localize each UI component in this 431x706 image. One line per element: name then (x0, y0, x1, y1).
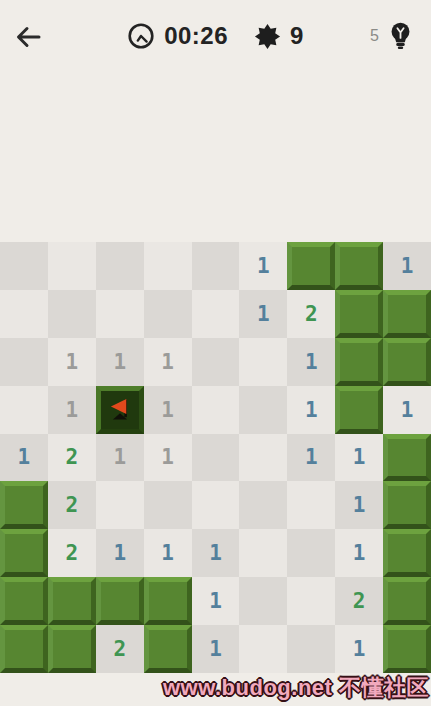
cell-0-2[interactable] (96, 242, 144, 290)
cell-4-1[interactable]: 2 (48, 434, 96, 482)
cell-1-3[interactable] (144, 290, 192, 338)
cell-number: 1 (335, 481, 383, 529)
cell-1-6[interactable]: 2 (287, 290, 335, 338)
cell-4-0[interactable]: 1 (0, 434, 48, 482)
cell-number: 1 (287, 386, 335, 434)
lightbulb-icon hint-button[interactable] (388, 21, 413, 51)
cell-8-0[interactable] (0, 625, 48, 673)
cell-5-4[interactable] (192, 481, 240, 529)
cell-6-0[interactable] (0, 529, 48, 577)
cell-number: 1 (192, 529, 240, 577)
cell-number: 1 (144, 386, 192, 434)
cell-number: 1 (192, 625, 240, 673)
cell-number: 1 (335, 434, 383, 482)
cell-5-7[interactable]: 1 (335, 481, 383, 529)
cell-7-4[interactable]: 1 (192, 577, 240, 625)
cell-number: 1 (48, 386, 96, 434)
cell-number: 1 (96, 529, 144, 577)
cell-number: 2 (335, 577, 383, 625)
cell-8-8[interactable] (383, 625, 431, 673)
cell-2-3[interactable]: 1 (144, 338, 192, 386)
mine-count: 9 (290, 22, 304, 50)
cell-5-2[interactable] (96, 481, 144, 529)
hint-count: 5 (370, 27, 379, 45)
cell-6-6[interactable] (287, 529, 335, 577)
hint-area: 5 (370, 0, 413, 72)
cell-number: 2 (287, 290, 335, 338)
cell-number: 1 (0, 434, 48, 482)
cell-number: 1 (287, 338, 335, 386)
cell-7-0[interactable] (0, 577, 48, 625)
cell-number: 1 (192, 577, 240, 625)
timer-value: 00:26 (164, 22, 228, 50)
cell-1-4[interactable] (192, 290, 240, 338)
cell-8-5[interactable] (239, 625, 287, 673)
cell-number: 1 (144, 529, 192, 577)
cell-8-6[interactable] (287, 625, 335, 673)
cell-3-2[interactable] (96, 386, 144, 434)
cell-4-7[interactable]: 1 (335, 434, 383, 482)
cell-0-7[interactable] (335, 242, 383, 290)
cell-3-0[interactable] (0, 386, 48, 434)
cell-3-1[interactable]: 1 (48, 386, 96, 434)
cell-5-8[interactable] (383, 481, 431, 529)
cell-number: 1 (335, 529, 383, 577)
cell-3-3[interactable]: 1 (144, 386, 192, 434)
cell-6-1[interactable]: 2 (48, 529, 96, 577)
cell-3-7[interactable] (335, 386, 383, 434)
cell-3-6[interactable]: 1 (287, 386, 335, 434)
cell-8-4[interactable]: 1 (192, 625, 240, 673)
cell-6-7[interactable]: 1 (335, 529, 383, 577)
cell-0-0[interactable] (0, 242, 48, 290)
cell-number: 2 (96, 625, 144, 673)
cell-6-3[interactable]: 1 (144, 529, 192, 577)
hud-center: 00:26 9 (0, 0, 431, 72)
cell-5-6[interactable] (287, 481, 335, 529)
cell-7-7[interactable]: 2 (335, 577, 383, 625)
cell-1-0[interactable] (0, 290, 48, 338)
cell-number: 2 (48, 529, 96, 577)
cell-7-1[interactable] (48, 577, 96, 625)
cell-0-8[interactable]: 1 (383, 242, 431, 290)
cell-6-8[interactable] (383, 529, 431, 577)
clock-icon (127, 22, 155, 50)
cell-4-5[interactable] (239, 434, 287, 482)
flag-icon (105, 395, 135, 425)
cell-0-6[interactable] (287, 242, 335, 290)
minesweeper-screen: 00:26 9 5 111211111111121111212111112211… (0, 0, 431, 706)
cell-8-3[interactable] (144, 625, 192, 673)
cell-1-1[interactable] (48, 290, 96, 338)
cell-2-5[interactable] (239, 338, 287, 386)
cell-7-3[interactable] (144, 577, 192, 625)
cell-3-8[interactable]: 1 (383, 386, 431, 434)
cell-6-5[interactable] (239, 529, 287, 577)
cell-0-1[interactable] (48, 242, 96, 290)
cell-4-4[interactable] (192, 434, 240, 482)
cell-number: 1 (144, 434, 192, 482)
cell-3-4[interactable] (192, 386, 240, 434)
cell-number: 1 (335, 625, 383, 673)
cell-8-7[interactable]: 1 (335, 625, 383, 673)
cell-1-2[interactable] (96, 290, 144, 338)
cell-number: 1 (383, 386, 431, 434)
cell-number: 1 (144, 338, 192, 386)
cell-number: 2 (48, 434, 96, 482)
watermark: www.budog.net 不懂社区 (163, 673, 429, 703)
cell-4-3[interactable]: 1 (144, 434, 192, 482)
cell-0-3[interactable] (144, 242, 192, 290)
cell-2-7[interactable] (335, 338, 383, 386)
cell-6-2[interactable]: 1 (96, 529, 144, 577)
cell-0-5[interactable]: 1 (239, 242, 287, 290)
cell-number: 1 (287, 434, 335, 482)
cell-5-1[interactable]: 2 (48, 481, 96, 529)
cell-2-1[interactable]: 1 (48, 338, 96, 386)
cell-number: 1 (239, 290, 287, 338)
cell-number: 1 (383, 242, 431, 290)
cell-number: 1 (48, 338, 96, 386)
cell-number: 2 (48, 481, 96, 529)
cell-number: 1 (96, 434, 144, 482)
cell-7-2[interactable] (96, 577, 144, 625)
cell-5-5[interactable] (239, 481, 287, 529)
cell-7-6[interactable] (287, 577, 335, 625)
cell-5-3[interactable] (144, 481, 192, 529)
cell-8-1[interactable] (48, 625, 96, 673)
cell-1-8[interactable] (383, 290, 431, 338)
cell-2-0[interactable] (0, 338, 48, 386)
cell-4-8[interactable] (383, 434, 431, 482)
cell-2-8[interactable] (383, 338, 431, 386)
cell-1-7[interactable] (335, 290, 383, 338)
cell-7-8[interactable] (383, 577, 431, 625)
top-app-bar: 00:26 9 5 (0, 0, 431, 72)
cell-2-2[interactable]: 1 (96, 338, 144, 386)
cell-0-4[interactable] (192, 242, 240, 290)
cell-3-5[interactable] (239, 386, 287, 434)
cell-4-2[interactable]: 1 (96, 434, 144, 482)
cell-4-6[interactable]: 1 (287, 434, 335, 482)
cell-2-4[interactable] (192, 338, 240, 386)
cell-2-6[interactable]: 1 (287, 338, 335, 386)
cell-7-5[interactable] (239, 577, 287, 625)
cell-8-2[interactable]: 2 (96, 625, 144, 673)
cell-number: 1 (239, 242, 287, 290)
cell-5-0[interactable] (0, 481, 48, 529)
mine-icon (254, 23, 281, 50)
cell-number: 1 (96, 338, 144, 386)
cell-6-4[interactable]: 1 (192, 529, 240, 577)
cell-1-5[interactable]: 1 (239, 290, 287, 338)
minesweeper-board: 111211111111121111212111112211 (0, 242, 431, 673)
